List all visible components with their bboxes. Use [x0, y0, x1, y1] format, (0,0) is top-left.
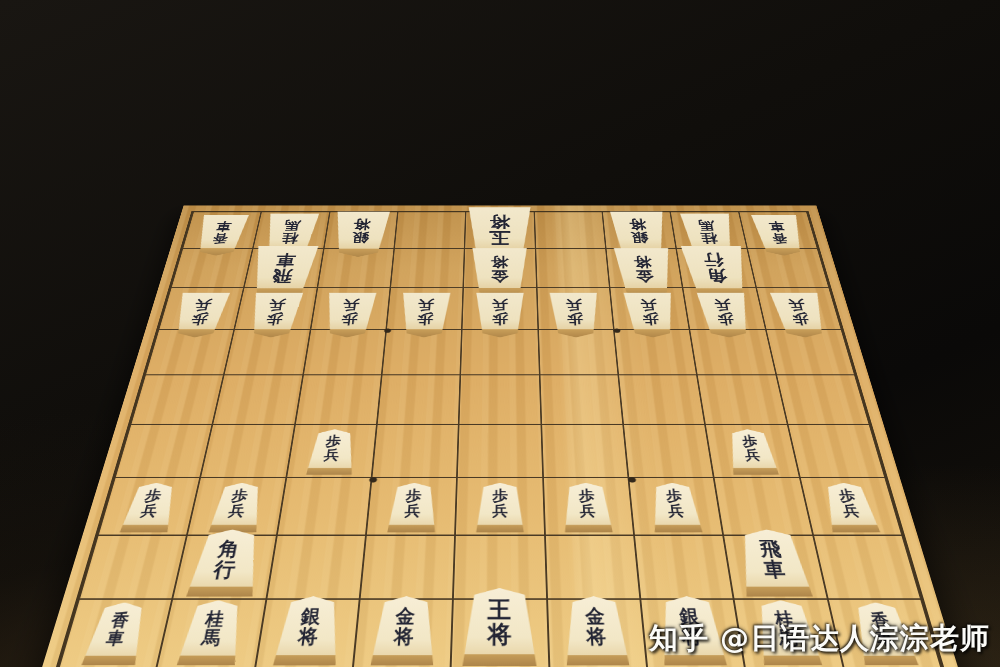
piece-black-knight[interactable]: 桂馬 [177, 600, 248, 665]
square-9-4[interactable] [145, 330, 234, 375]
square-8-8[interactable]: 角行 [173, 535, 277, 598]
piece-black-pawn[interactable]: 歩兵 [386, 483, 437, 533]
square-1-7[interactable]: 歩兵 [800, 477, 903, 535]
square-2-5[interactable] [697, 375, 787, 424]
square-7-3[interactable]: 歩兵 [310, 288, 390, 330]
square-4-6[interactable] [541, 424, 628, 477]
square-2-7[interactable] [714, 477, 813, 535]
piece-kanji: 歩兵 [787, 298, 810, 325]
piece-kanji: 金将 [394, 607, 416, 647]
square-3-1[interactable]: 銀将 [602, 212, 676, 248]
square-2-8[interactable]: 飛車 [723, 535, 827, 598]
piece-kanji: 飛車 [271, 252, 297, 283]
piece-kanji: 歩兵 [492, 490, 508, 520]
square-5-9[interactable]: 王将 [451, 599, 549, 667]
square-6-1[interactable] [394, 212, 466, 248]
square-8-5[interactable] [213, 375, 303, 424]
square-6-5[interactable] [377, 375, 461, 424]
piece-kanji: 玉将 [489, 214, 510, 246]
square-3-6[interactable] [623, 424, 714, 477]
piece-black-king[interactable]: 王将 [462, 588, 538, 666]
square-1-1[interactable]: 香車 [739, 212, 818, 248]
piece-kanji: 香車 [212, 220, 233, 243]
square-9-1[interactable]: 香車 [182, 212, 261, 248]
piece-kanji: 歩兵 [665, 490, 684, 520]
shogi-photo-scene: 香車桂馬銀将玉将銀将桂馬香車飛車金将金将角行歩兵歩兵歩兵歩兵歩兵歩兵歩兵歩兵歩兵… [0, 0, 1000, 667]
hoshi-dot [628, 477, 636, 482]
square-5-7[interactable]: 歩兵 [455, 477, 544, 535]
piece-black-pawn[interactable]: 歩兵 [208, 483, 266, 533]
square-9-9[interactable]: 香車 [58, 599, 172, 667]
square-1-3[interactable]: 歩兵 [756, 288, 842, 330]
square-4-3[interactable]: 歩兵 [537, 288, 614, 330]
square-7-8[interactable] [266, 535, 366, 598]
piece-kanji: 金将 [633, 255, 654, 283]
square-6-3[interactable]: 歩兵 [386, 288, 463, 330]
square-8-3[interactable]: 歩兵 [234, 288, 317, 330]
piece-kanji: 歩兵 [640, 298, 660, 325]
square-5-3[interactable]: 歩兵 [462, 288, 538, 330]
square-8-7[interactable]: 歩兵 [187, 477, 286, 535]
square-7-5[interactable] [295, 375, 382, 424]
square-1-5[interactable] [776, 375, 869, 424]
piece-black-pawn[interactable]: 歩兵 [119, 483, 180, 533]
square-8-2[interactable]: 飛車 [244, 248, 324, 287]
square-3-5[interactable] [618, 375, 705, 424]
piece-black-lance[interactable]: 香車 [81, 602, 151, 665]
square-9-6[interactable] [115, 424, 213, 477]
square-2-2[interactable]: 角行 [676, 248, 756, 287]
square-6-6[interactable] [372, 424, 459, 477]
square-1-6[interactable] [787, 424, 885, 477]
shogi-board: 香車桂馬銀将玉将銀将桂馬香車飛車金将金将角行歩兵歩兵歩兵歩兵歩兵歩兵歩兵歩兵歩兵… [36, 205, 964, 667]
piece-kanji: 王将 [488, 598, 512, 647]
square-6-9[interactable]: 金将 [353, 599, 453, 667]
piece-kanji: 歩兵 [190, 298, 213, 325]
piece-kanji: 銀将 [629, 218, 649, 244]
square-8-6[interactable] [200, 424, 294, 477]
piece-kanji: 歩兵 [741, 435, 761, 462]
piece-black-gold[interactable]: 金将 [563, 596, 630, 665]
piece-kanji: 歩兵 [323, 435, 341, 462]
board-grid: 香車桂馬銀将玉将銀将桂馬香車飛車金将金将角行歩兵歩兵歩兵歩兵歩兵歩兵歩兵歩兵歩兵… [55, 211, 945, 667]
piece-kanji: 角行 [703, 252, 729, 283]
piece-black-gold[interactable]: 金将 [370, 596, 437, 665]
square-1-8[interactable] [813, 535, 921, 598]
square-8-9[interactable]: 桂馬 [157, 599, 267, 667]
piece-kanji: 香車 [768, 220, 789, 243]
piece-kanji: 歩兵 [341, 298, 361, 325]
square-3-8[interactable] [634, 535, 734, 598]
square-2-1[interactable]: 桂馬 [670, 212, 747, 248]
piece-kanji: 歩兵 [566, 298, 584, 325]
piece-kanji: 歩兵 [838, 490, 861, 520]
square-2-3[interactable]: 歩兵 [683, 288, 766, 330]
piece-kanji: 香車 [104, 612, 130, 647]
square-6-8[interactable] [360, 535, 456, 598]
square-5-5[interactable] [459, 375, 541, 424]
piece-kanji: 桂馬 [698, 219, 719, 244]
square-9-3[interactable]: 歩兵 [159, 288, 245, 330]
hoshi-dot [613, 328, 620, 332]
watermark-text: 知乎 @日语达人淙淙老师 [649, 619, 990, 659]
square-8-1[interactable]: 桂馬 [253, 212, 330, 248]
square-3-2[interactable]: 金将 [606, 248, 683, 287]
square-6-7[interactable]: 歩兵 [366, 477, 457, 535]
square-3-3[interactable]: 歩兵 [610, 288, 690, 330]
piece-kanji: 歩兵 [227, 490, 248, 520]
square-4-7[interactable]: 歩兵 [543, 477, 634, 535]
piece-kanji: 金将 [491, 255, 509, 283]
square-7-9[interactable]: 銀将 [255, 599, 360, 667]
square-5-6[interactable] [457, 424, 543, 477]
piece-kanji: 歩兵 [265, 298, 286, 325]
piece-white-gold[interactable]: 金将 [471, 248, 529, 297]
square-6-2[interactable] [390, 248, 464, 287]
piece-white-pawn[interactable]: 歩兵 [475, 293, 525, 338]
square-7-6[interactable]: 歩兵 [286, 424, 377, 477]
piece-black-pawn[interactable]: 歩兵 [306, 429, 358, 475]
piece-kanji: 歩兵 [713, 298, 734, 325]
piece-kanji: 桂馬 [281, 219, 302, 244]
piece-kanji: 銀将 [351, 218, 371, 244]
piece-kanji: 角行 [213, 539, 242, 580]
piece-black-pawn[interactable]: 歩兵 [725, 429, 780, 475]
piece-kanji: 歩兵 [492, 298, 508, 325]
square-3-7[interactable]: 歩兵 [628, 477, 723, 535]
piece-black-pawn[interactable]: 歩兵 [476, 483, 525, 533]
square-1-4[interactable] [766, 330, 855, 375]
piece-kanji: 歩兵 [404, 490, 422, 520]
square-5-2[interactable]: 金将 [463, 248, 536, 287]
piece-kanji: 飛車 [759, 539, 788, 580]
piece-black-pawn[interactable]: 歩兵 [820, 483, 881, 533]
square-4-5[interactable] [539, 375, 623, 424]
square-4-9[interactable]: 金将 [547, 599, 647, 667]
square-9-8[interactable] [79, 535, 187, 598]
square-7-7[interactable] [277, 477, 372, 535]
square-4-8[interactable] [545, 535, 641, 598]
piece-black-silver[interactable]: 銀将 [272, 596, 344, 665]
piece-kanji: 歩兵 [139, 490, 162, 520]
piece-kanji: 歩兵 [579, 490, 597, 520]
square-4-2[interactable] [535, 248, 609, 287]
piece-black-bishop[interactable]: 角行 [186, 529, 265, 596]
piece-kanji: 桂馬 [201, 610, 227, 648]
square-9-5[interactable] [131, 375, 224, 424]
piece-black-rook[interactable]: 飛車 [735, 529, 814, 596]
square-2-6[interactable]: 歩兵 [705, 424, 799, 477]
piece-kanji: 銀将 [297, 607, 322, 647]
piece-black-pawn[interactable]: 歩兵 [562, 483, 613, 533]
piece-kanji: 歩兵 [416, 298, 434, 325]
piece-kanji: 金将 [585, 607, 607, 647]
square-7-1[interactable]: 銀将 [324, 212, 398, 248]
piece-black-pawn[interactable]: 歩兵 [648, 483, 702, 533]
square-4-1[interactable] [534, 212, 606, 248]
square-9-7[interactable]: 歩兵 [98, 477, 201, 535]
square-5-1[interactable]: 玉将 [465, 212, 536, 248]
